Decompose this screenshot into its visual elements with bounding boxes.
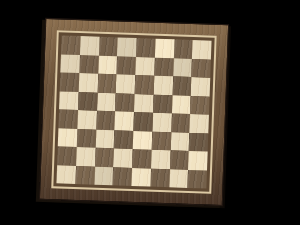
square-h1[interactable] — [188, 169, 207, 188]
square-b6[interactable] — [78, 73, 97, 92]
square-g7[interactable] — [173, 58, 192, 77]
maple-inlay-line — [51, 30, 216, 193]
square-g2[interactable] — [170, 150, 189, 169]
square-h3[interactable] — [189, 132, 208, 151]
square-b3[interactable] — [76, 129, 95, 148]
square-d1[interactable] — [113, 167, 132, 186]
square-g4[interactable] — [171, 113, 190, 132]
square-f4[interactable] — [152, 113, 171, 132]
square-g1[interactable] — [169, 169, 188, 188]
square-e2[interactable] — [132, 149, 151, 168]
square-f6[interactable] — [153, 76, 172, 95]
square-a4[interactable] — [58, 109, 77, 128]
square-b5[interactable] — [78, 92, 97, 111]
square-a7[interactable] — [60, 54, 79, 73]
square-g3[interactable] — [170, 132, 189, 151]
square-h2[interactable] — [188, 151, 207, 170]
square-d5[interactable] — [115, 93, 134, 112]
square-c8[interactable] — [98, 37, 117, 56]
square-b2[interactable] — [76, 147, 95, 166]
square-g6[interactable] — [172, 76, 191, 95]
square-e8[interactable] — [136, 38, 155, 57]
square-e3[interactable] — [133, 130, 152, 149]
square-c5[interactable] — [97, 92, 116, 111]
square-h6[interactable] — [191, 77, 210, 96]
square-e5[interactable] — [134, 94, 153, 113]
square-d8[interactable] — [117, 37, 136, 56]
square-b8[interactable] — [80, 36, 99, 55]
square-f8[interactable] — [155, 39, 174, 58]
square-a6[interactable] — [60, 72, 79, 91]
square-b7[interactable] — [79, 55, 98, 74]
square-c3[interactable] — [95, 129, 114, 148]
square-g5[interactable] — [171, 95, 190, 114]
square-e6[interactable] — [135, 75, 154, 94]
chessboard — [39, 18, 229, 206]
square-f3[interactable] — [151, 131, 170, 150]
square-a2[interactable] — [57, 146, 76, 165]
square-d2[interactable] — [113, 148, 132, 167]
square-h4[interactable] — [190, 114, 209, 133]
square-c1[interactable] — [94, 166, 113, 185]
square-a5[interactable] — [59, 91, 78, 110]
playing-area — [56, 35, 211, 188]
square-f1[interactable] — [150, 168, 169, 187]
square-c2[interactable] — [95, 148, 114, 167]
square-e4[interactable] — [133, 112, 152, 131]
square-h7[interactable] — [192, 58, 211, 77]
square-d7[interactable] — [117, 56, 136, 75]
square-c4[interactable] — [96, 111, 115, 130]
square-a8[interactable] — [61, 35, 80, 54]
photo-background — [0, 0, 300, 225]
square-b1[interactable] — [75, 166, 94, 185]
square-e7[interactable] — [135, 57, 154, 76]
square-d3[interactable] — [114, 130, 133, 149]
square-a3[interactable] — [58, 128, 77, 147]
square-e1[interactable] — [131, 167, 150, 186]
square-h5[interactable] — [190, 95, 209, 114]
square-f5[interactable] — [153, 94, 172, 113]
square-d6[interactable] — [116, 74, 135, 93]
square-b4[interactable] — [77, 110, 96, 129]
square-f7[interactable] — [154, 57, 173, 76]
square-c7[interactable] — [98, 55, 117, 74]
square-a1[interactable] — [56, 165, 75, 184]
square-c6[interactable] — [97, 74, 116, 93]
square-f2[interactable] — [151, 150, 170, 169]
square-g8[interactable] — [173, 39, 192, 58]
square-d4[interactable] — [115, 111, 134, 130]
square-h8[interactable] — [192, 40, 211, 59]
